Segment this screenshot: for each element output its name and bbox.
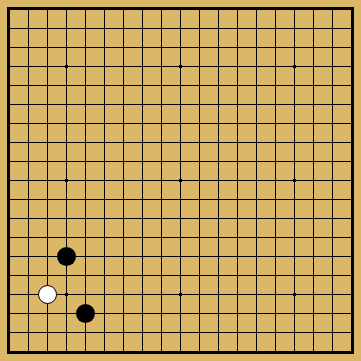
intersection[interactable] (247, 171, 266, 190)
intersection[interactable] (266, 95, 285, 114)
intersection[interactable] (0, 209, 19, 228)
star-point-intersection[interactable] (285, 285, 304, 304)
intersection[interactable] (304, 247, 323, 266)
intersection[interactable] (38, 95, 57, 114)
intersection[interactable] (247, 114, 266, 133)
intersection[interactable] (190, 323, 209, 342)
intersection[interactable] (0, 57, 19, 76)
intersection[interactable] (342, 285, 361, 304)
intersection[interactable] (190, 114, 209, 133)
intersection[interactable] (38, 152, 57, 171)
intersection[interactable] (228, 133, 247, 152)
intersection[interactable] (209, 19, 228, 38)
intersection[interactable] (171, 95, 190, 114)
intersection[interactable] (323, 285, 342, 304)
intersection[interactable] (95, 19, 114, 38)
intersection[interactable] (209, 323, 228, 342)
intersection[interactable] (209, 114, 228, 133)
intersection[interactable] (38, 76, 57, 95)
intersection[interactable] (304, 95, 323, 114)
intersection[interactable] (114, 133, 133, 152)
intersection[interactable] (247, 285, 266, 304)
intersection[interactable] (57, 76, 76, 95)
intersection[interactable] (152, 323, 171, 342)
intersection[interactable] (323, 304, 342, 323)
intersection[interactable] (114, 209, 133, 228)
intersection[interactable] (342, 114, 361, 133)
intersection[interactable] (209, 152, 228, 171)
intersection[interactable] (114, 285, 133, 304)
intersection[interactable] (304, 285, 323, 304)
intersection[interactable] (57, 342, 76, 361)
intersection[interactable] (133, 95, 152, 114)
intersection[interactable] (133, 133, 152, 152)
intersection[interactable] (266, 0, 285, 19)
intersection[interactable] (57, 19, 76, 38)
intersection[interactable] (19, 304, 38, 323)
intersection[interactable] (171, 190, 190, 209)
intersection[interactable] (152, 228, 171, 247)
intersection[interactable] (285, 38, 304, 57)
intersection[interactable] (38, 171, 57, 190)
intersection[interactable] (114, 342, 133, 361)
intersection[interactable] (247, 228, 266, 247)
intersection[interactable] (247, 323, 266, 342)
intersection[interactable] (19, 247, 38, 266)
intersection[interactable] (190, 266, 209, 285)
intersection[interactable] (0, 228, 19, 247)
intersection[interactable] (247, 38, 266, 57)
intersection[interactable] (323, 228, 342, 247)
intersection[interactable] (152, 95, 171, 114)
intersection[interactable] (19, 19, 38, 38)
intersection[interactable] (57, 228, 76, 247)
intersection[interactable] (95, 133, 114, 152)
intersection[interactable] (342, 57, 361, 76)
intersection[interactable] (304, 38, 323, 57)
intersection[interactable] (209, 57, 228, 76)
intersection[interactable] (228, 304, 247, 323)
intersection[interactable] (0, 247, 19, 266)
intersection[interactable] (285, 228, 304, 247)
white-stone[interactable] (38, 285, 57, 304)
intersection[interactable] (0, 304, 19, 323)
intersection[interactable] (0, 133, 19, 152)
intersection[interactable] (228, 342, 247, 361)
intersection[interactable] (228, 209, 247, 228)
intersection[interactable] (285, 190, 304, 209)
intersection[interactable] (304, 209, 323, 228)
intersection[interactable] (76, 304, 95, 323)
intersection[interactable] (133, 190, 152, 209)
intersection[interactable] (38, 342, 57, 361)
intersection[interactable] (342, 190, 361, 209)
intersection[interactable] (57, 190, 76, 209)
intersection[interactable] (266, 247, 285, 266)
intersection[interactable] (190, 133, 209, 152)
intersection[interactable] (0, 76, 19, 95)
intersection[interactable] (76, 38, 95, 57)
intersection[interactable] (228, 19, 247, 38)
intersection[interactable] (266, 342, 285, 361)
intersection[interactable] (209, 38, 228, 57)
intersection[interactable] (323, 57, 342, 76)
intersection[interactable] (247, 209, 266, 228)
intersection[interactable] (76, 342, 95, 361)
intersection[interactable] (285, 247, 304, 266)
intersection[interactable] (76, 133, 95, 152)
intersection[interactable] (323, 38, 342, 57)
intersection[interactable] (285, 19, 304, 38)
intersection[interactable] (114, 171, 133, 190)
intersection[interactable] (114, 0, 133, 19)
intersection[interactable] (209, 95, 228, 114)
intersection[interactable] (190, 38, 209, 57)
intersection[interactable] (209, 285, 228, 304)
intersection[interactable] (133, 247, 152, 266)
intersection[interactable] (114, 38, 133, 57)
intersection[interactable] (19, 342, 38, 361)
intersection[interactable] (133, 19, 152, 38)
intersection[interactable] (171, 323, 190, 342)
intersection[interactable] (342, 342, 361, 361)
intersection[interactable] (247, 0, 266, 19)
intersection[interactable] (190, 57, 209, 76)
intersection[interactable] (76, 209, 95, 228)
intersection[interactable] (57, 266, 76, 285)
intersection[interactable] (190, 342, 209, 361)
intersection[interactable] (57, 209, 76, 228)
star-point-intersection[interactable] (57, 285, 76, 304)
intersection[interactable] (133, 171, 152, 190)
intersection[interactable] (190, 304, 209, 323)
intersection[interactable] (228, 266, 247, 285)
intersection[interactable] (342, 266, 361, 285)
intersection[interactable] (152, 76, 171, 95)
intersection[interactable] (209, 133, 228, 152)
intersection[interactable] (323, 209, 342, 228)
intersection[interactable] (285, 209, 304, 228)
intersection[interactable] (285, 114, 304, 133)
intersection[interactable] (209, 76, 228, 95)
intersection[interactable] (304, 342, 323, 361)
intersection[interactable] (266, 76, 285, 95)
black-stone[interactable] (57, 247, 76, 266)
intersection[interactable] (38, 209, 57, 228)
intersection[interactable] (171, 19, 190, 38)
intersection[interactable] (228, 38, 247, 57)
intersection[interactable] (19, 152, 38, 171)
intersection[interactable] (152, 114, 171, 133)
intersection[interactable] (323, 95, 342, 114)
intersection[interactable] (133, 304, 152, 323)
intersection[interactable] (0, 38, 19, 57)
intersection[interactable] (342, 0, 361, 19)
intersection[interactable] (266, 152, 285, 171)
intersection[interactable] (266, 285, 285, 304)
intersection[interactable] (304, 323, 323, 342)
intersection[interactable] (19, 190, 38, 209)
intersection[interactable] (76, 171, 95, 190)
intersection[interactable] (266, 190, 285, 209)
intersection[interactable] (209, 0, 228, 19)
intersection[interactable] (228, 228, 247, 247)
intersection[interactable] (95, 38, 114, 57)
intersection[interactable] (114, 304, 133, 323)
intersection[interactable] (190, 19, 209, 38)
intersection[interactable] (323, 323, 342, 342)
intersection[interactable] (19, 76, 38, 95)
intersection[interactable] (38, 57, 57, 76)
intersection[interactable] (76, 76, 95, 95)
intersection[interactable] (266, 304, 285, 323)
intersection[interactable] (171, 114, 190, 133)
intersection[interactable] (133, 342, 152, 361)
intersection[interactable] (0, 114, 19, 133)
intersection[interactable] (247, 95, 266, 114)
intersection[interactable] (285, 323, 304, 342)
star-point-intersection[interactable] (57, 171, 76, 190)
intersection[interactable] (152, 342, 171, 361)
intersection[interactable] (342, 95, 361, 114)
intersection[interactable] (38, 190, 57, 209)
intersection[interactable] (114, 152, 133, 171)
intersection[interactable] (228, 190, 247, 209)
intersection[interactable] (190, 190, 209, 209)
intersection[interactable] (190, 171, 209, 190)
intersection[interactable] (57, 114, 76, 133)
intersection[interactable] (323, 76, 342, 95)
intersection[interactable] (209, 190, 228, 209)
intersection[interactable] (38, 19, 57, 38)
intersection[interactable] (266, 323, 285, 342)
intersection[interactable] (342, 152, 361, 171)
intersection[interactable] (171, 247, 190, 266)
intersection[interactable] (76, 285, 95, 304)
intersection[interactable] (0, 152, 19, 171)
intersection[interactable] (76, 0, 95, 19)
intersection[interactable] (57, 323, 76, 342)
intersection[interactable] (95, 228, 114, 247)
intersection[interactable] (19, 57, 38, 76)
intersection[interactable] (171, 209, 190, 228)
intersection[interactable] (76, 152, 95, 171)
intersection[interactable] (95, 285, 114, 304)
intersection[interactable] (171, 38, 190, 57)
intersection[interactable] (57, 247, 76, 266)
intersection[interactable] (190, 76, 209, 95)
intersection[interactable] (19, 38, 38, 57)
intersection[interactable] (323, 152, 342, 171)
intersection[interactable] (304, 114, 323, 133)
intersection[interactable] (76, 95, 95, 114)
intersection[interactable] (247, 133, 266, 152)
intersection[interactable] (57, 152, 76, 171)
intersection[interactable] (304, 266, 323, 285)
intersection[interactable] (38, 38, 57, 57)
intersection[interactable] (285, 76, 304, 95)
intersection[interactable] (133, 285, 152, 304)
intersection[interactable] (19, 323, 38, 342)
intersection[interactable] (266, 228, 285, 247)
intersection[interactable] (342, 171, 361, 190)
intersection[interactable] (19, 266, 38, 285)
intersection[interactable] (342, 209, 361, 228)
intersection[interactable] (114, 57, 133, 76)
intersection[interactable] (76, 114, 95, 133)
intersection[interactable] (171, 133, 190, 152)
intersection[interactable] (247, 190, 266, 209)
intersection[interactable] (266, 133, 285, 152)
intersection[interactable] (323, 19, 342, 38)
intersection[interactable] (228, 323, 247, 342)
intersection[interactable] (304, 190, 323, 209)
intersection[interactable] (76, 57, 95, 76)
intersection[interactable] (285, 0, 304, 19)
intersection[interactable] (190, 95, 209, 114)
intersection[interactable] (342, 133, 361, 152)
intersection[interactable] (285, 304, 304, 323)
intersection[interactable] (209, 209, 228, 228)
intersection[interactable] (209, 304, 228, 323)
intersection[interactable] (266, 57, 285, 76)
intersection[interactable] (152, 190, 171, 209)
intersection[interactable] (228, 95, 247, 114)
intersection[interactable] (266, 38, 285, 57)
intersection[interactable] (0, 323, 19, 342)
intersection[interactable] (247, 152, 266, 171)
intersection[interactable] (323, 190, 342, 209)
intersection[interactable] (152, 171, 171, 190)
star-point-intersection[interactable] (285, 171, 304, 190)
intersection[interactable] (342, 38, 361, 57)
intersection[interactable] (228, 57, 247, 76)
intersection[interactable] (95, 342, 114, 361)
intersection[interactable] (171, 304, 190, 323)
intersection[interactable] (266, 209, 285, 228)
intersection[interactable] (285, 133, 304, 152)
intersection[interactable] (342, 19, 361, 38)
intersection[interactable] (57, 0, 76, 19)
intersection[interactable] (38, 114, 57, 133)
intersection[interactable] (114, 19, 133, 38)
intersection[interactable] (95, 266, 114, 285)
intersection[interactable] (95, 0, 114, 19)
intersection[interactable] (133, 323, 152, 342)
intersection[interactable] (266, 19, 285, 38)
intersection[interactable] (38, 266, 57, 285)
intersection[interactable] (57, 304, 76, 323)
intersection[interactable] (152, 304, 171, 323)
intersection[interactable] (304, 171, 323, 190)
intersection[interactable] (114, 323, 133, 342)
intersection[interactable] (304, 228, 323, 247)
intersection[interactable] (342, 228, 361, 247)
intersection[interactable] (95, 247, 114, 266)
intersection[interactable] (95, 114, 114, 133)
intersection[interactable] (114, 190, 133, 209)
intersection[interactable] (0, 266, 19, 285)
intersection[interactable] (133, 228, 152, 247)
intersection[interactable] (133, 38, 152, 57)
intersection[interactable] (19, 171, 38, 190)
intersection[interactable] (171, 152, 190, 171)
intersection[interactable] (57, 95, 76, 114)
intersection[interactable] (38, 0, 57, 19)
intersection[interactable] (0, 190, 19, 209)
intersection[interactable] (19, 209, 38, 228)
intersection[interactable] (247, 247, 266, 266)
intersection[interactable] (38, 285, 57, 304)
intersection[interactable] (171, 266, 190, 285)
intersection[interactable] (304, 19, 323, 38)
intersection[interactable] (19, 228, 38, 247)
intersection[interactable] (152, 285, 171, 304)
intersection[interactable] (95, 152, 114, 171)
intersection[interactable] (0, 285, 19, 304)
intersection[interactable] (95, 190, 114, 209)
intersection[interactable] (95, 95, 114, 114)
intersection[interactable] (323, 114, 342, 133)
intersection[interactable] (247, 304, 266, 323)
intersection[interactable] (133, 0, 152, 19)
intersection[interactable] (152, 152, 171, 171)
intersection[interactable] (152, 57, 171, 76)
intersection[interactable] (209, 171, 228, 190)
intersection[interactable] (114, 247, 133, 266)
intersection[interactable] (0, 0, 19, 19)
intersection[interactable] (209, 342, 228, 361)
intersection[interactable] (19, 285, 38, 304)
intersection[interactable] (133, 114, 152, 133)
black-stone[interactable] (76, 304, 95, 323)
intersection[interactable] (133, 57, 152, 76)
intersection[interactable] (228, 152, 247, 171)
intersection[interactable] (323, 342, 342, 361)
intersection[interactable] (38, 304, 57, 323)
intersection[interactable] (190, 285, 209, 304)
intersection[interactable] (76, 190, 95, 209)
intersection[interactable] (190, 228, 209, 247)
intersection[interactable] (228, 285, 247, 304)
intersection[interactable] (19, 133, 38, 152)
intersection[interactable] (304, 304, 323, 323)
intersection[interactable] (171, 342, 190, 361)
intersection[interactable] (152, 19, 171, 38)
intersection[interactable] (247, 57, 266, 76)
intersection[interactable] (228, 171, 247, 190)
star-point-intersection[interactable] (57, 57, 76, 76)
intersection[interactable] (171, 76, 190, 95)
intersection[interactable] (266, 266, 285, 285)
intersection[interactable] (38, 133, 57, 152)
intersection[interactable] (190, 209, 209, 228)
intersection[interactable] (323, 133, 342, 152)
intersection[interactable] (95, 76, 114, 95)
intersection[interactable] (114, 114, 133, 133)
intersection[interactable] (133, 152, 152, 171)
intersection[interactable] (76, 228, 95, 247)
intersection[interactable] (133, 266, 152, 285)
intersection[interactable] (228, 0, 247, 19)
intersection[interactable] (76, 247, 95, 266)
intersection[interactable] (114, 95, 133, 114)
star-point-intersection[interactable] (171, 57, 190, 76)
intersection[interactable] (228, 76, 247, 95)
intersection[interactable] (0, 171, 19, 190)
intersection[interactable] (228, 114, 247, 133)
intersection[interactable] (304, 57, 323, 76)
